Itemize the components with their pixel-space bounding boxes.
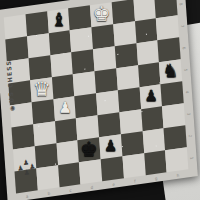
chess-board: ♝♚♛♞♟♟♚♟ ◉US CHESS 87654321 abcdefgh ♟ ♟… xyxy=(0,0,198,200)
square-h5[interactable]: ♞ xyxy=(159,59,182,84)
square-c3[interactable] xyxy=(55,118,78,143)
four-pawns-logo-icon: ♟ ♟ ♟ ♟ xyxy=(17,158,36,179)
square-d6[interactable] xyxy=(71,49,94,74)
black-king[interactable]: ♚ xyxy=(78,139,100,159)
file-label-e: e xyxy=(112,181,115,186)
square-g5[interactable] xyxy=(138,62,161,87)
square-h4[interactable] xyxy=(161,81,184,106)
square-b8[interactable] xyxy=(25,11,48,36)
square-e2[interactable]: ♟ xyxy=(99,134,122,159)
square-e3[interactable] xyxy=(98,112,121,137)
logo-pawn-icon: ♟ xyxy=(17,165,24,173)
square-d1[interactable] xyxy=(79,159,102,184)
black-bishop[interactable]: ♝ xyxy=(48,10,70,30)
square-b4[interactable] xyxy=(31,99,54,124)
square-g6[interactable] xyxy=(136,40,159,65)
square-c8[interactable]: ♝ xyxy=(47,8,70,33)
square-e4[interactable] xyxy=(96,90,119,115)
file-label-d: d xyxy=(91,184,94,189)
square-f4[interactable] xyxy=(118,87,141,112)
square-c5[interactable] xyxy=(51,74,74,99)
uschess-logo-icon: ◉ xyxy=(8,104,15,111)
square-h2[interactable] xyxy=(164,125,187,150)
rank-label-8: 8 xyxy=(179,2,184,5)
square-h3[interactable] xyxy=(162,103,185,128)
square-g1[interactable] xyxy=(144,150,167,175)
rank-label-6: 6 xyxy=(182,46,187,49)
square-b2[interactable] xyxy=(35,143,58,168)
white-pawn[interactable]: ♟ xyxy=(54,98,76,118)
square-h7[interactable] xyxy=(156,15,179,40)
square-e7[interactable] xyxy=(91,24,114,49)
square-e6[interactable] xyxy=(93,46,116,71)
square-g3[interactable] xyxy=(141,106,164,131)
square-f7[interactable] xyxy=(113,21,136,46)
file-label-h: h xyxy=(176,172,179,177)
white-king[interactable]: ♚ xyxy=(91,4,113,24)
square-b7[interactable] xyxy=(27,33,50,58)
rank-label-3: 3 xyxy=(186,112,191,115)
logo-pawn-icon: ♟ xyxy=(29,163,36,171)
square-f6[interactable] xyxy=(115,43,138,68)
square-g7[interactable] xyxy=(135,18,158,43)
white-queen[interactable]: ♛ xyxy=(31,79,53,99)
rank-label-4: 4 xyxy=(185,90,190,93)
square-f2[interactable] xyxy=(121,131,144,156)
square-g4[interactable]: ♟ xyxy=(139,84,162,109)
file-label-g: g xyxy=(155,175,158,180)
square-c7[interactable] xyxy=(48,30,71,55)
square-c1[interactable] xyxy=(58,162,81,187)
square-d7[interactable] xyxy=(70,27,93,52)
photo-of-chess-board: ♝♚♛♞♟♟♚♟ ◉US CHESS 87654321 abcdefgh ♟ ♟… xyxy=(0,0,200,200)
rank-label-5: 5 xyxy=(183,68,188,71)
black-pawn[interactable]: ♟ xyxy=(100,136,122,156)
square-c4[interactable]: ♟ xyxy=(53,96,76,121)
square-c6[interactable] xyxy=(50,52,73,77)
square-c2[interactable] xyxy=(56,140,79,165)
file-label-c: c xyxy=(69,187,72,192)
square-a8[interactable] xyxy=(4,14,27,39)
rank-label-7: 7 xyxy=(180,24,185,27)
rank-label-2: 2 xyxy=(188,134,193,137)
rank-label-1: 1 xyxy=(189,156,194,159)
black-knight[interactable]: ♞ xyxy=(160,61,182,81)
black-pawn[interactable]: ♟ xyxy=(140,86,162,106)
square-a3[interactable] xyxy=(11,124,34,149)
square-h6[interactable] xyxy=(158,37,181,62)
square-f1[interactable] xyxy=(122,153,145,178)
square-a7[interactable] xyxy=(5,36,28,61)
file-label-b: b xyxy=(47,190,50,195)
square-g2[interactable] xyxy=(142,128,165,153)
square-f3[interactable] xyxy=(119,109,142,134)
square-b5[interactable]: ♛ xyxy=(30,77,53,102)
square-d5[interactable] xyxy=(73,71,96,96)
square-d2[interactable]: ♚ xyxy=(78,137,101,162)
square-f5[interactable] xyxy=(116,65,139,90)
square-e5[interactable] xyxy=(95,68,118,93)
square-h1[interactable] xyxy=(165,147,188,172)
square-d8[interactable] xyxy=(68,5,91,30)
square-d4[interactable] xyxy=(75,93,98,118)
file-label-a: a xyxy=(26,193,29,198)
square-b1[interactable] xyxy=(36,165,59,190)
square-b3[interactable] xyxy=(33,121,56,146)
square-e1[interactable] xyxy=(101,156,124,181)
file-label-f: f xyxy=(134,178,136,183)
square-e8[interactable]: ♚ xyxy=(90,2,113,27)
